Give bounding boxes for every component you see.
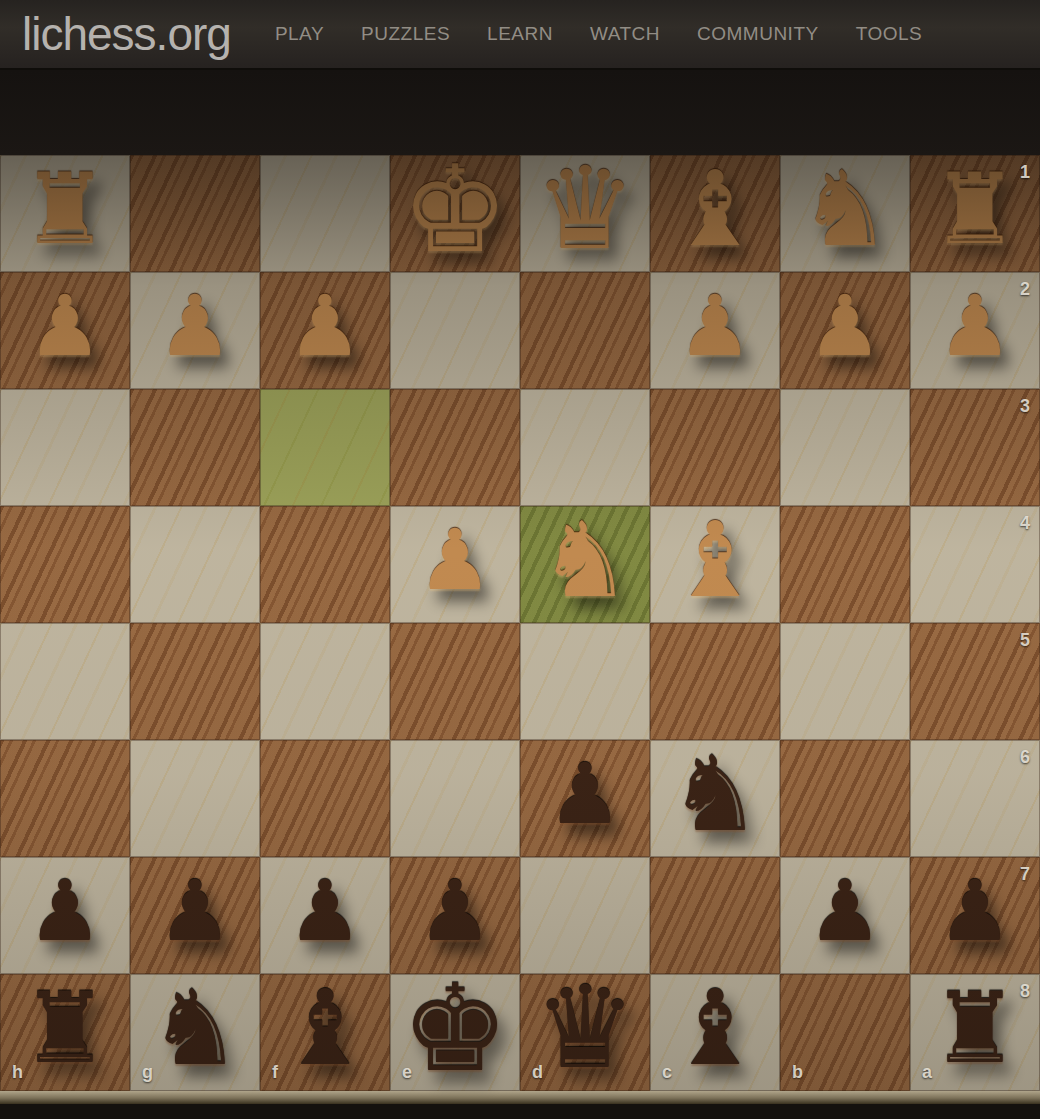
nav-play[interactable]: PLAY [275,23,324,45]
piece-black-rook[interactable]: ♜ [21,979,109,1077]
piece-white-king[interactable]: ♚ [401,149,509,269]
square-g4[interactable] [130,506,260,623]
nav-community[interactable]: COMMUNITY [697,23,819,45]
piece-white-pawn[interactable]: ♟ [287,284,362,368]
square-b8[interactable] [780,974,910,1091]
square-g1[interactable] [130,155,260,272]
square-c1[interactable]: ♝ [650,155,780,272]
piece-white-bishop[interactable]: ♝ [668,508,761,612]
site-header: lichess.org PLAYPUZZLESLEARNWATCHCOMMUNI… [0,0,1040,70]
square-h3[interactable] [0,389,130,506]
piece-black-pawn[interactable]: ♟ [27,869,102,953]
board-bottom-edge [0,1091,1040,1104]
piece-black-pawn[interactable]: ♟ [807,869,882,953]
board-area: ♜♚♛♝♞♜♟♟♟♟♟♟♟♞♝♟♞♟♟♟♟♟♟♜♞♝♚♛♝♜ 12345678h… [0,155,1040,1091]
footer-gap [0,1104,1040,1119]
square-e3[interactable] [390,389,520,506]
piece-white-bishop[interactable]: ♝ [668,157,761,261]
lichess-logo[interactable]: lichess.org [22,7,231,61]
piece-black-pawn[interactable]: ♟ [157,869,232,953]
square-f2[interactable]: ♟ [260,272,390,389]
square-h5[interactable] [0,623,130,740]
square-b5[interactable] [780,623,910,740]
square-h8[interactable]: ♜ [0,974,130,1091]
piece-black-pawn[interactable]: ♟ [287,869,362,953]
square-b3[interactable] [780,389,910,506]
square-b7[interactable]: ♟ [780,857,910,974]
square-g2[interactable]: ♟ [130,272,260,389]
square-c8[interactable]: ♝ [650,974,780,1091]
square-e8[interactable]: ♚ [390,974,520,1091]
piece-black-knight[interactable]: ♞ [148,976,241,1080]
piece-black-king[interactable]: ♚ [401,968,509,1088]
square-d1[interactable]: ♛ [520,155,650,272]
square-g3[interactable] [130,389,260,506]
square-h4[interactable] [0,506,130,623]
piece-white-rook[interactable]: ♜ [931,160,1019,258]
square-c4[interactable]: ♝ [650,506,780,623]
square-h1[interactable]: ♜ [0,155,130,272]
square-e6[interactable] [390,740,520,857]
piece-black-knight[interactable]: ♞ [668,742,761,846]
square-c5[interactable] [650,623,780,740]
piece-black-queen[interactable]: ♛ [534,971,636,1085]
nav-watch[interactable]: WATCH [590,23,660,45]
square-b4[interactable] [780,506,910,623]
square-e1[interactable]: ♚ [390,155,520,272]
square-c7[interactable] [650,857,780,974]
square-e5[interactable] [390,623,520,740]
piece-white-knight[interactable]: ♞ [798,157,891,261]
piece-white-pawn[interactable]: ♟ [937,284,1012,368]
piece-white-pawn[interactable]: ♟ [157,284,232,368]
piece-black-pawn[interactable]: ♟ [417,869,492,953]
square-e2[interactable] [390,272,520,389]
piece-white-knight[interactable]: ♞ [538,508,631,612]
square-c3[interactable] [650,389,780,506]
square-d6[interactable]: ♟ [520,740,650,857]
square-g7[interactable]: ♟ [130,857,260,974]
square-d2[interactable] [520,272,650,389]
square-b1[interactable]: ♞ [780,155,910,272]
board-backdrop [0,70,1040,155]
square-a4[interactable] [910,506,1040,623]
piece-black-rook[interactable]: ♜ [931,979,1019,1077]
square-f4[interactable] [260,506,390,623]
top-nav: PLAYPUZZLESLEARNWATCHCOMMUNITYTOOLS [275,23,922,45]
square-d5[interactable] [520,623,650,740]
piece-white-pawn[interactable]: ♟ [417,518,492,602]
square-g5[interactable] [130,623,260,740]
square-h2[interactable]: ♟ [0,272,130,389]
square-b2[interactable]: ♟ [780,272,910,389]
square-h6[interactable] [0,740,130,857]
square-f1[interactable] [260,155,390,272]
chess-board[interactable]: ♜♚♛♝♞♜♟♟♟♟♟♟♟♞♝♟♞♟♟♟♟♟♟♜♞♝♚♛♝♜ [0,155,1040,1091]
square-a7[interactable]: ♟ [910,857,1040,974]
piece-white-pawn[interactable]: ♟ [27,284,102,368]
square-d8[interactable]: ♛ [520,974,650,1091]
square-e7[interactable]: ♟ [390,857,520,974]
square-a3[interactable] [910,389,1040,506]
square-f8[interactable]: ♝ [260,974,390,1091]
square-c6[interactable]: ♞ [650,740,780,857]
nav-tools[interactable]: TOOLS [856,23,923,45]
square-b6[interactable] [780,740,910,857]
square-e4[interactable]: ♟ [390,506,520,623]
square-f5[interactable] [260,623,390,740]
square-g8[interactable]: ♞ [130,974,260,1091]
nav-learn[interactable]: LEARN [487,23,553,45]
square-a6[interactable] [910,740,1040,857]
square-a2[interactable]: ♟ [910,272,1040,389]
piece-white-queen[interactable]: ♛ [534,152,636,266]
square-c2[interactable]: ♟ [650,272,780,389]
piece-black-pawn[interactable]: ♟ [547,752,622,836]
square-f7[interactable]: ♟ [260,857,390,974]
square-d4[interactable]: ♞ [520,506,650,623]
square-h7[interactable]: ♟ [0,857,130,974]
square-f6[interactable] [260,740,390,857]
piece-white-pawn[interactable]: ♟ [677,284,752,368]
square-d7[interactable] [520,857,650,974]
square-a5[interactable] [910,623,1040,740]
square-a1[interactable]: ♜ [910,155,1040,272]
piece-black-bishop[interactable]: ♝ [278,976,371,1080]
piece-white-pawn[interactable]: ♟ [807,284,882,368]
square-f3[interactable] [260,389,390,506]
square-g6[interactable] [130,740,260,857]
square-d3[interactable] [520,389,650,506]
nav-puzzles[interactable]: PUZZLES [361,23,450,45]
square-a8[interactable]: ♜ [910,974,1040,1091]
piece-black-bishop[interactable]: ♝ [668,976,761,1080]
piece-black-pawn[interactable]: ♟ [937,869,1012,953]
piece-white-rook[interactable]: ♜ [21,160,109,258]
